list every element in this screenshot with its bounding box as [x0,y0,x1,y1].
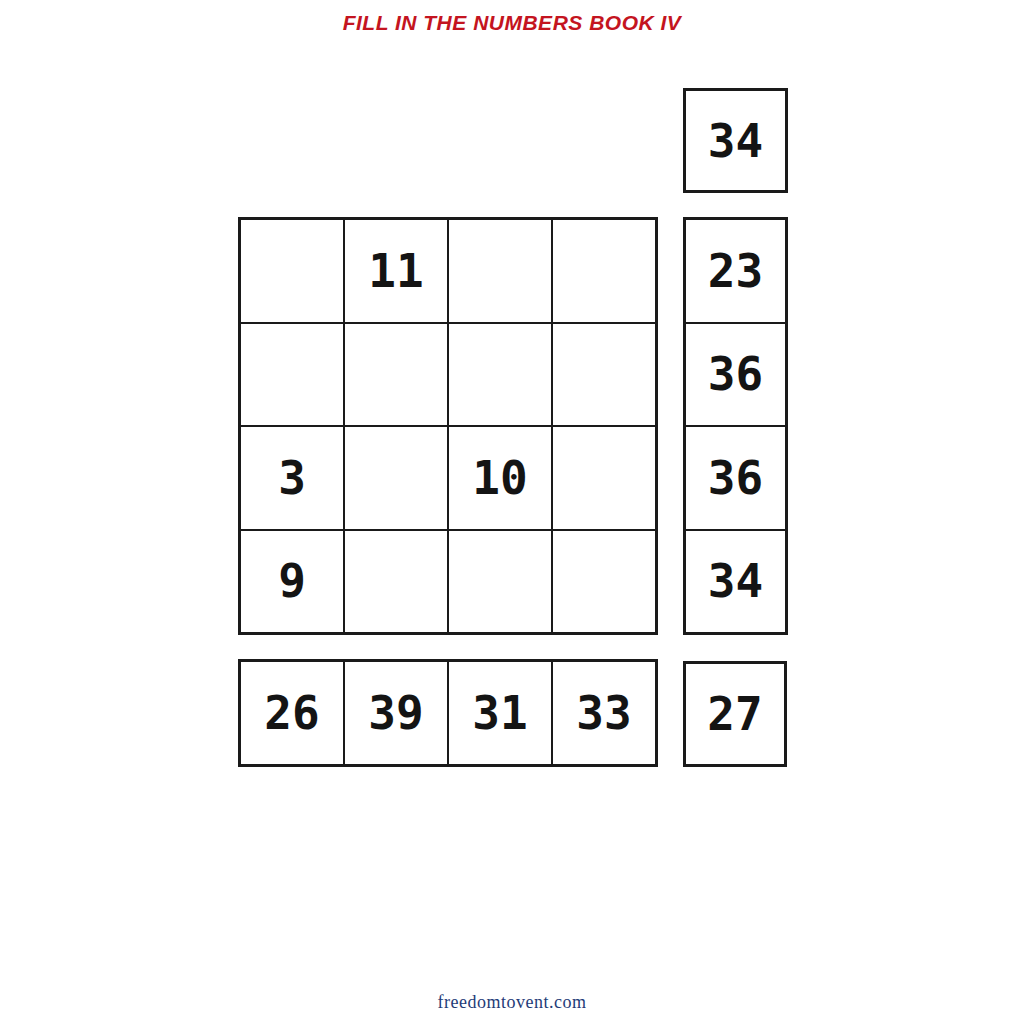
cell-r3c1: 3 [241,427,343,529]
row-sum-1: 23 [686,220,785,322]
row-sum-2: 36 [686,324,785,426]
cell-r2c3[interactable] [449,324,551,426]
col-sum-2: 39 [345,662,447,764]
cell-r1c2: 11 [345,220,447,322]
cell-r2c4[interactable] [553,324,655,426]
cell-r3c3: 10 [449,427,551,529]
row-sum-4: 34 [686,531,785,633]
cell-r4c4[interactable] [553,531,655,633]
cell-r4c3[interactable] [449,531,551,633]
diagonal-up-sum-box: 34 [683,88,788,193]
cell-r1c4[interactable] [553,220,655,322]
column-sums-row: 26 39 31 33 [238,659,658,767]
cell-r1c1[interactable] [241,220,343,322]
page-title: FILL IN THE NUMBERS BOOK IV [0,11,1024,35]
diagonal-down-sum-box: 27 [683,661,787,767]
worksheet-page: FILL IN THE NUMBERS BOOK IV 34 11 3 10 9… [0,0,1024,1024]
col-sum-4: 33 [553,662,655,764]
website-footer: freedomtovent.com [0,992,1024,1013]
cell-r4c2[interactable] [345,531,447,633]
cell-r3c2[interactable] [345,427,447,529]
cell-r4c1: 9 [241,531,343,633]
cell-r2c1[interactable] [241,324,343,426]
row-sums-column: 23 36 36 34 [683,217,788,635]
diagonal-up-sum-value: 34 [686,91,785,190]
col-sum-3: 31 [449,662,551,764]
diagonal-down-sum-value: 27 [686,664,784,764]
col-sum-1: 26 [241,662,343,764]
cell-r2c2[interactable] [345,324,447,426]
puzzle-grid: 11 3 10 9 [238,217,658,635]
row-sum-3: 36 [686,427,785,529]
cell-r1c3[interactable] [449,220,551,322]
cell-r3c4[interactable] [553,427,655,529]
